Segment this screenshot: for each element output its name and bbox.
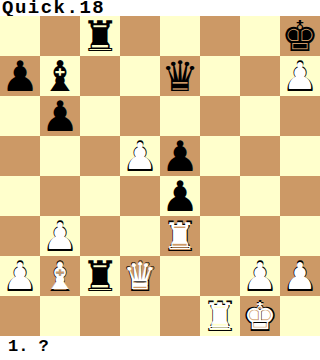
square-h6[interactable] — [280, 96, 320, 136]
square-a6[interactable] — [0, 96, 40, 136]
square-f4[interactable] — [200, 176, 240, 216]
square-d4[interactable] — [120, 176, 160, 216]
black-piece-glyph: ♟ — [41, 96, 79, 136]
square-e3[interactable]: ♜♖ — [160, 216, 200, 256]
black-piece-glyph: ♟ — [1, 56, 39, 96]
square-d2[interactable]: ♛♕ — [120, 256, 160, 296]
square-d1[interactable] — [120, 296, 160, 336]
square-g7[interactable] — [240, 56, 280, 96]
square-e1[interactable] — [160, 296, 200, 336]
square-a3[interactable] — [0, 216, 40, 256]
square-h7[interactable]: ♟♙ — [280, 56, 320, 96]
piece-white-queen-d2[interactable]: ♛♕ — [121, 256, 159, 296]
black-piece-glyph: ♛ — [161, 56, 199, 96]
square-f5[interactable] — [200, 136, 240, 176]
piece-white-pawn-h7[interactable]: ♟♙ — [281, 56, 319, 96]
square-f8[interactable] — [200, 16, 240, 56]
square-f3[interactable] — [200, 216, 240, 256]
white-piece-fill: ♟ — [283, 59, 316, 96]
piece-black-king-h8[interactable]: ♚ — [281, 16, 319, 56]
square-c7[interactable] — [80, 56, 120, 96]
piece-black-bishop-b7[interactable]: ♝ — [41, 56, 79, 96]
square-b5[interactable] — [40, 136, 80, 176]
piece-white-bishop-b2[interactable]: ♝♗ — [41, 256, 79, 296]
square-c2[interactable]: ♜ — [80, 256, 120, 296]
square-e6[interactable] — [160, 96, 200, 136]
piece-black-rook-c8[interactable]: ♜ — [81, 16, 119, 56]
square-h1[interactable] — [280, 296, 320, 336]
square-g6[interactable] — [240, 96, 280, 136]
square-b1[interactable] — [40, 296, 80, 336]
black-piece-glyph: ♟ — [161, 136, 199, 176]
white-piece-fill: ♟ — [43, 219, 76, 256]
square-e7[interactable]: ♛ — [160, 56, 200, 96]
piece-white-pawn-h2[interactable]: ♟♙ — [281, 256, 319, 296]
square-b2[interactable]: ♝♗ — [40, 256, 80, 296]
square-e8[interactable] — [160, 16, 200, 56]
piece-white-pawn-a2[interactable]: ♟♙ — [1, 256, 39, 296]
piece-black-pawn-e4[interactable]: ♟ — [161, 176, 199, 216]
square-d5[interactable]: ♟♙ — [120, 136, 160, 176]
piece-black-queen-e7[interactable]: ♛ — [161, 56, 199, 96]
chess-board: ♜♚♟♝♛♟♙♟♟♙♟♟♟♙♜♖♟♙♝♗♜♛♕♟♙♟♙♜♖♚♔ — [0, 16, 320, 336]
square-a8[interactable] — [0, 16, 40, 56]
square-g2[interactable]: ♟♙ — [240, 256, 280, 296]
black-piece-glyph: ♚ — [281, 16, 319, 56]
piece-black-rook-c2[interactable]: ♜ — [81, 256, 119, 296]
white-piece-fill: ♝ — [43, 259, 76, 296]
square-e4[interactable]: ♟ — [160, 176, 200, 216]
square-d6[interactable] — [120, 96, 160, 136]
square-c3[interactable] — [80, 216, 120, 256]
square-a4[interactable] — [0, 176, 40, 216]
puzzle-title: Quick.18 — [2, 0, 105, 16]
piece-white-pawn-d5[interactable]: ♟♙ — [121, 136, 159, 176]
square-c4[interactable] — [80, 176, 120, 216]
square-h2[interactable]: ♟♙ — [280, 256, 320, 296]
square-c6[interactable] — [80, 96, 120, 136]
square-g1[interactable]: ♚♔ — [240, 296, 280, 336]
square-e2[interactable] — [160, 256, 200, 296]
square-b8[interactable] — [40, 16, 80, 56]
piece-black-pawn-b6[interactable]: ♟ — [41, 96, 79, 136]
square-g5[interactable] — [240, 136, 280, 176]
square-f1[interactable]: ♜♖ — [200, 296, 240, 336]
square-b7[interactable]: ♝ — [40, 56, 80, 96]
square-c5[interactable] — [80, 136, 120, 176]
square-h3[interactable] — [280, 216, 320, 256]
square-g4[interactable] — [240, 176, 280, 216]
square-h4[interactable] — [280, 176, 320, 216]
piece-black-pawn-a7[interactable]: ♟ — [1, 56, 39, 96]
square-b4[interactable] — [40, 176, 80, 216]
white-piece-fill: ♟ — [3, 259, 36, 296]
black-piece-glyph: ♟ — [161, 176, 199, 216]
square-f2[interactable] — [200, 256, 240, 296]
black-piece-glyph: ♜ — [81, 256, 119, 296]
piece-black-pawn-e5[interactable]: ♟ — [161, 136, 199, 176]
white-piece-fill: ♟ — [283, 259, 316, 296]
piece-white-king-g1[interactable]: ♚♔ — [241, 296, 279, 336]
square-d3[interactable] — [120, 216, 160, 256]
square-c1[interactable] — [80, 296, 120, 336]
square-g8[interactable] — [240, 16, 280, 56]
square-a2[interactable]: ♟♙ — [0, 256, 40, 296]
black-piece-glyph: ♜ — [81, 16, 119, 56]
square-b6[interactable]: ♟ — [40, 96, 80, 136]
move-prompt: 1. ? — [8, 336, 49, 360]
square-h5[interactable] — [280, 136, 320, 176]
square-f6[interactable] — [200, 96, 240, 136]
white-piece-fill: ♛ — [123, 259, 156, 296]
piece-white-rook-f1[interactable]: ♜♖ — [201, 296, 239, 336]
square-g3[interactable] — [240, 216, 280, 256]
white-piece-fill: ♟ — [243, 259, 276, 296]
square-h8[interactable]: ♚ — [280, 16, 320, 56]
white-piece-fill: ♜ — [163, 219, 196, 256]
piece-white-rook-e3[interactable]: ♜♖ — [161, 216, 199, 256]
white-piece-fill: ♚ — [243, 299, 276, 336]
square-d8[interactable] — [120, 16, 160, 56]
piece-white-pawn-b3[interactable]: ♟♙ — [41, 216, 79, 256]
chess-puzzle-page: Quick.18 ♜♚♟♝♛♟♙♟♟♙♟♟♟♙♜♖♟♙♝♗♜♛♕♟♙♟♙♜♖♚♔… — [0, 0, 320, 360]
white-piece-fill: ♜ — [203, 299, 236, 336]
square-c8[interactable]: ♜ — [80, 16, 120, 56]
black-piece-glyph: ♝ — [41, 56, 79, 96]
square-a1[interactable] — [0, 296, 40, 336]
piece-white-pawn-g2[interactable]: ♟♙ — [241, 256, 279, 296]
white-piece-fill: ♟ — [123, 139, 156, 176]
square-d7[interactable] — [120, 56, 160, 96]
square-e5[interactable]: ♟ — [160, 136, 200, 176]
square-f7[interactable] — [200, 56, 240, 96]
square-b3[interactable]: ♟♙ — [40, 216, 80, 256]
square-a5[interactable] — [0, 136, 40, 176]
square-a7[interactable]: ♟ — [0, 56, 40, 96]
